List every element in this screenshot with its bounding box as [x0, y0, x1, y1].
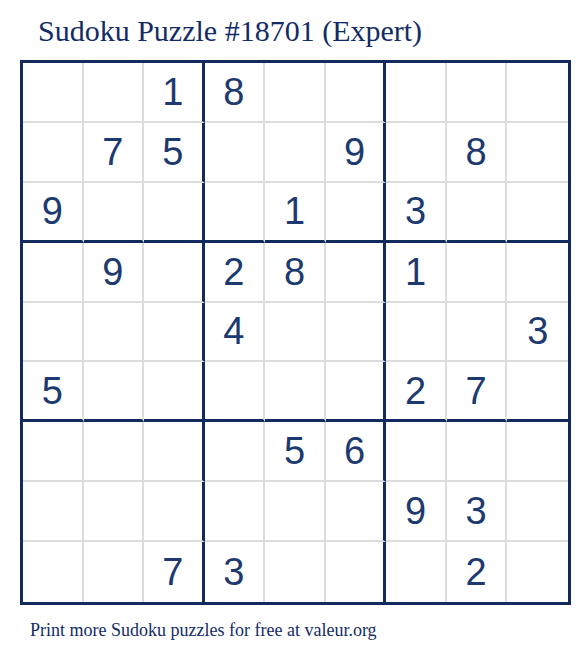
cell-r8c5[interactable] [265, 482, 326, 542]
cell-r3c5[interactable]: 1 [265, 183, 326, 243]
cell-r1c5[interactable] [265, 63, 326, 123]
cell-r9c5[interactable] [265, 542, 326, 602]
cell-r3c3[interactable] [144, 183, 205, 243]
cell-r2c1[interactable] [23, 123, 84, 183]
cell-r7c2[interactable] [84, 422, 145, 482]
cell-r5c8[interactable] [447, 303, 508, 363]
cell-r4c7[interactable]: 1 [386, 243, 447, 303]
cell-r4c2[interactable]: 9 [84, 243, 145, 303]
cell-r1c3[interactable]: 1 [144, 63, 205, 123]
cell-r9c8[interactable]: 2 [447, 542, 508, 602]
cell-r5c1[interactable] [23, 303, 84, 363]
cell-r1c6[interactable] [326, 63, 387, 123]
cell-r8c8[interactable]: 3 [447, 482, 508, 542]
cell-r2c9[interactable] [507, 123, 568, 183]
cell-r6c4[interactable] [205, 362, 266, 422]
cell-r6c8[interactable]: 7 [447, 362, 508, 422]
cell-r2c5[interactable] [265, 123, 326, 183]
cell-r6c6[interactable] [326, 362, 387, 422]
cell-r1c7[interactable] [386, 63, 447, 123]
cell-r3c6[interactable] [326, 183, 387, 243]
cell-r9c6[interactable] [326, 542, 387, 602]
cell-r8c1[interactable] [23, 482, 84, 542]
cell-r4c4[interactable]: 2 [205, 243, 266, 303]
cell-r1c9[interactable] [507, 63, 568, 123]
cell-r4c1[interactable] [23, 243, 84, 303]
cell-r9c3[interactable]: 7 [144, 542, 205, 602]
cell-r5c7[interactable] [386, 303, 447, 363]
cell-r5c5[interactable] [265, 303, 326, 363]
cell-r7c1[interactable] [23, 422, 84, 482]
cell-r2c4[interactable] [205, 123, 266, 183]
cell-r3c7[interactable]: 3 [386, 183, 447, 243]
cell-r1c8[interactable] [447, 63, 508, 123]
cell-r8c2[interactable] [84, 482, 145, 542]
cell-r5c6[interactable] [326, 303, 387, 363]
sudoku-board: 1875989139281435275693732 [20, 60, 571, 605]
cell-r1c2[interactable] [84, 63, 145, 123]
cell-r5c2[interactable] [84, 303, 145, 363]
cell-r6c2[interactable] [84, 362, 145, 422]
cell-r3c1[interactable]: 9 [23, 183, 84, 243]
cell-r9c2[interactable] [84, 542, 145, 602]
cell-r7c9[interactable] [507, 422, 568, 482]
cell-r1c4[interactable]: 8 [205, 63, 266, 123]
cell-r7c7[interactable] [386, 422, 447, 482]
cell-r7c4[interactable] [205, 422, 266, 482]
cell-r4c6[interactable] [326, 243, 387, 303]
cell-r2c3[interactable]: 5 [144, 123, 205, 183]
cell-r5c3[interactable] [144, 303, 205, 363]
cell-r7c5[interactable]: 5 [265, 422, 326, 482]
cell-r6c9[interactable] [507, 362, 568, 422]
cell-r4c8[interactable] [447, 243, 508, 303]
cell-r4c5[interactable]: 8 [265, 243, 326, 303]
cell-r9c9[interactable] [507, 542, 568, 602]
cell-r4c9[interactable] [507, 243, 568, 303]
sudoku-page: Sudoku Puzzle #18701 (Expert) 1875989139… [0, 0, 580, 651]
cell-r9c4[interactable]: 3 [205, 542, 266, 602]
cell-r5c9[interactable]: 3 [507, 303, 568, 363]
cell-r3c4[interactable] [205, 183, 266, 243]
cell-r3c8[interactable] [447, 183, 508, 243]
cell-r4c3[interactable] [144, 243, 205, 303]
cell-r5c4[interactable]: 4 [205, 303, 266, 363]
cell-r8c9[interactable] [507, 482, 568, 542]
cell-r7c6[interactable]: 6 [326, 422, 387, 482]
cell-r8c4[interactable] [205, 482, 266, 542]
cell-r6c7[interactable]: 2 [386, 362, 447, 422]
cell-r2c6[interactable]: 9 [326, 123, 387, 183]
cell-r9c7[interactable] [386, 542, 447, 602]
cell-r1c1[interactable] [23, 63, 84, 123]
page-title: Sudoku Puzzle #18701 (Expert) [38, 12, 422, 50]
cell-r9c1[interactable] [23, 542, 84, 602]
cell-r2c7[interactable] [386, 123, 447, 183]
cell-r6c3[interactable] [144, 362, 205, 422]
cell-r8c7[interactable]: 9 [386, 482, 447, 542]
cell-r3c9[interactable] [507, 183, 568, 243]
cell-r2c2[interactable]: 7 [84, 123, 145, 183]
cell-r7c3[interactable] [144, 422, 205, 482]
cell-r8c6[interactable] [326, 482, 387, 542]
cell-r3c2[interactable] [84, 183, 145, 243]
cell-r2c8[interactable]: 8 [447, 123, 508, 183]
cell-r7c8[interactable] [447, 422, 508, 482]
cell-r6c1[interactable]: 5 [23, 362, 84, 422]
cell-r8c3[interactable] [144, 482, 205, 542]
cell-r6c5[interactable] [265, 362, 326, 422]
footer-text: Print more Sudoku puzzles for free at va… [30, 618, 377, 642]
